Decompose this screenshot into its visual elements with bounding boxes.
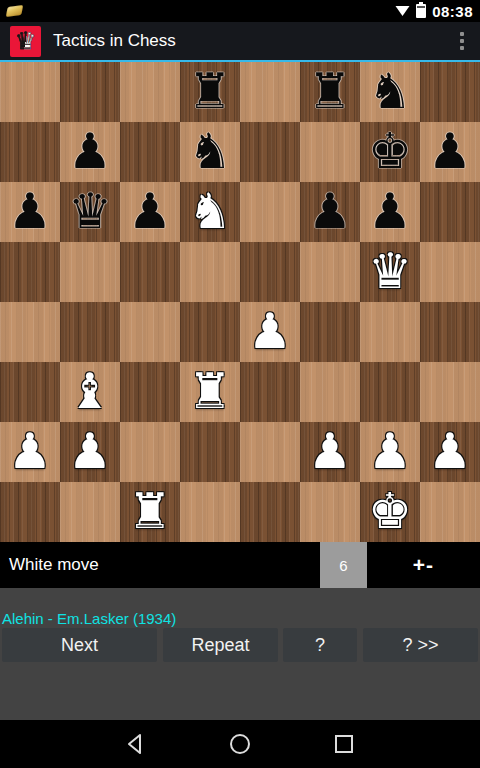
square-e6[interactable] xyxy=(240,182,300,242)
square-h8[interactable] xyxy=(420,62,480,122)
square-g4[interactable] xyxy=(360,302,420,362)
square-f3[interactable] xyxy=(300,362,360,422)
square-h5[interactable] xyxy=(420,242,480,302)
black-rook: ♜ xyxy=(188,62,232,122)
square-c8[interactable] xyxy=(120,62,180,122)
square-a1[interactable] xyxy=(0,482,60,542)
white-bishop: ♝ xyxy=(68,362,112,422)
square-f7[interactable] xyxy=(300,122,360,182)
square-a7[interactable] xyxy=(0,122,60,182)
white-pawn: ♟ xyxy=(308,422,352,482)
square-a4[interactable] xyxy=(0,302,60,362)
square-d6[interactable]: ♞ xyxy=(180,182,240,242)
white-pawn: ♟ xyxy=(68,422,112,482)
white-pawn: ♟ xyxy=(428,422,472,482)
black-pawn: ♟ xyxy=(68,122,112,182)
square-a5[interactable] xyxy=(0,242,60,302)
white-pawn: ♟ xyxy=(8,422,52,482)
square-c5[interactable] xyxy=(120,242,180,302)
square-e8[interactable] xyxy=(240,62,300,122)
square-d5[interactable] xyxy=(180,242,240,302)
square-b1[interactable] xyxy=(60,482,120,542)
move-counter[interactable]: 6 xyxy=(320,542,367,588)
white-king: ♚ xyxy=(368,482,412,542)
square-c2[interactable] xyxy=(120,422,180,482)
square-h4[interactable] xyxy=(420,302,480,362)
plus-minus-button[interactable]: +- xyxy=(367,542,480,588)
next-button[interactable]: Next xyxy=(2,628,157,662)
white-rook: ♜ xyxy=(188,362,232,422)
square-c4[interactable] xyxy=(120,302,180,362)
move-status-bar: White move 6 +- xyxy=(0,542,480,588)
square-d7[interactable]: ♞ xyxy=(180,122,240,182)
square-e7[interactable] xyxy=(240,122,300,182)
square-g2[interactable]: ♟ xyxy=(360,422,420,482)
status-bar: 08:38 xyxy=(0,0,480,22)
square-d3[interactable]: ♜ xyxy=(180,362,240,422)
square-f4[interactable] xyxy=(300,302,360,362)
square-a2[interactable]: ♟ xyxy=(0,422,60,482)
app-bar: ♛ Tactics in Chess xyxy=(0,22,480,60)
black-pawn: ♟ xyxy=(308,182,352,242)
square-f8[interactable]: ♜ xyxy=(300,62,360,122)
square-a8[interactable] xyxy=(0,62,60,122)
square-h1[interactable] xyxy=(420,482,480,542)
square-a3[interactable] xyxy=(0,362,60,422)
square-c3[interactable] xyxy=(120,362,180,422)
square-f5[interactable] xyxy=(300,242,360,302)
square-b7[interactable]: ♟ xyxy=(60,122,120,182)
square-d8[interactable]: ♜ xyxy=(180,62,240,122)
square-h3[interactable] xyxy=(420,362,480,422)
notification-icon xyxy=(6,5,23,17)
square-e3[interactable] xyxy=(240,362,300,422)
square-h7[interactable]: ♟ xyxy=(420,122,480,182)
android-nav-bar xyxy=(0,720,480,768)
square-e4[interactable]: ♟ xyxy=(240,302,300,362)
app-icon: ♛ xyxy=(10,26,41,57)
square-d2[interactable] xyxy=(180,422,240,482)
white-queen: ♛ xyxy=(368,242,412,302)
square-g8[interactable]: ♞ xyxy=(360,62,420,122)
square-c7[interactable] xyxy=(120,122,180,182)
black-pawn: ♟ xyxy=(368,182,412,242)
clock: 08:38 xyxy=(432,3,473,20)
black-rook: ♜ xyxy=(308,62,352,122)
control-buttons: Next Repeat ? ? >> xyxy=(0,628,480,662)
square-e1[interactable] xyxy=(240,482,300,542)
square-e2[interactable] xyxy=(240,422,300,482)
square-b2[interactable]: ♟ xyxy=(60,422,120,482)
square-b5[interactable] xyxy=(60,242,120,302)
black-pawn: ♟ xyxy=(8,182,52,242)
black-king: ♚ xyxy=(368,122,412,182)
square-d4[interactable] xyxy=(180,302,240,362)
square-g6[interactable]: ♟ xyxy=(360,182,420,242)
back-icon[interactable] xyxy=(124,732,148,756)
square-c6[interactable]: ♟ xyxy=(120,182,180,242)
chess-board[interactable]: ♜♜♞♟♞♚♟♟♛♟♞♟♟♛♟♝♜♟♟♟♟♟♜♚ xyxy=(0,62,480,542)
black-queen: ♛ xyxy=(68,182,112,242)
repeat-button[interactable]: Repeat xyxy=(163,628,278,662)
white-knight: ♞ xyxy=(188,182,232,242)
square-a6[interactable]: ♟ xyxy=(0,182,60,242)
square-b3[interactable]: ♝ xyxy=(60,362,120,422)
square-h2[interactable]: ♟ xyxy=(420,422,480,482)
square-g3[interactable] xyxy=(360,362,420,422)
solution-button[interactable]: ? >> xyxy=(363,628,478,662)
side-to-move-label: White move xyxy=(0,542,320,588)
white-pawn: ♟ xyxy=(368,422,412,482)
square-f6[interactable]: ♟ xyxy=(300,182,360,242)
overflow-menu-icon[interactable] xyxy=(454,28,470,54)
black-knight: ♞ xyxy=(368,62,412,122)
square-b6[interactable]: ♛ xyxy=(60,182,120,242)
battery-icon xyxy=(416,4,426,18)
queen-app-icon: ♛ xyxy=(15,26,37,57)
white-pawn: ♟ xyxy=(248,302,292,362)
hint-button[interactable]: ? xyxy=(283,628,357,662)
black-pawn: ♟ xyxy=(128,182,172,242)
recents-icon[interactable] xyxy=(332,732,356,756)
square-h6[interactable] xyxy=(420,182,480,242)
square-g1[interactable]: ♚ xyxy=(360,482,420,542)
game-title: Alehin - Em.Lasker (1934) xyxy=(2,610,176,627)
square-g7[interactable]: ♚ xyxy=(360,122,420,182)
page-title: Tactics in Chess xyxy=(53,31,454,51)
white-rook: ♜ xyxy=(128,482,172,542)
square-f1[interactable] xyxy=(300,482,360,542)
black-knight: ♞ xyxy=(188,122,232,182)
square-e5[interactable] xyxy=(240,242,300,302)
square-b8[interactable] xyxy=(60,62,120,122)
square-c1[interactable]: ♜ xyxy=(120,482,180,542)
wifi-icon xyxy=(395,5,410,17)
square-f2[interactable]: ♟ xyxy=(300,422,360,482)
black-pawn: ♟ xyxy=(428,122,472,182)
square-d1[interactable] xyxy=(180,482,240,542)
home-icon[interactable] xyxy=(228,732,252,756)
info-panel: Alehin - Em.Lasker (1934) Next Repeat ? … xyxy=(0,588,480,720)
square-b4[interactable] xyxy=(60,302,120,362)
square-g5[interactable]: ♛ xyxy=(360,242,420,302)
